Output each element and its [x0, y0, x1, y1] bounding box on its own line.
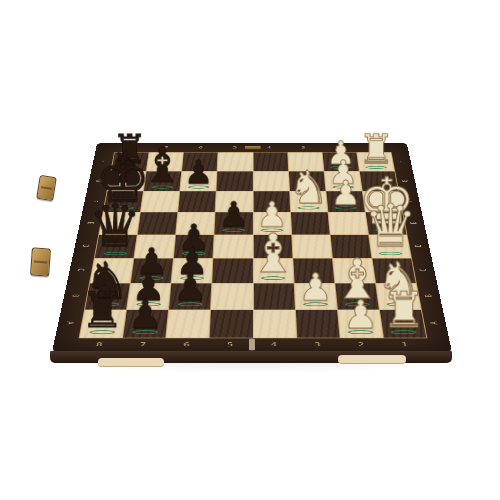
- coord-front-5: 5: [227, 342, 233, 347]
- square-h5: [218, 152, 253, 171]
- coord-front-1: 1: [401, 342, 408, 347]
- light-edge-strip-right: [338, 355, 406, 364]
- piece-white-rook: ♜: [359, 131, 395, 168]
- square-g6: ♟: [180, 171, 217, 191]
- coord-back-3: 3: [301, 146, 306, 149]
- coord-front-4: 4: [271, 342, 277, 347]
- piece-white-pawn: ♟: [343, 297, 378, 333]
- square-d5: [214, 235, 253, 258]
- light-edge-strip-left: [98, 358, 164, 367]
- piece-black-queen: ♛: [88, 200, 141, 254]
- square-g5: [217, 171, 253, 191]
- coord-back-6: 6: [198, 146, 203, 149]
- square-c5: [213, 258, 253, 283]
- square-b5: [211, 283, 252, 309]
- square-b6: ♟: [169, 283, 211, 309]
- square-a5: [210, 310, 252, 338]
- square-b4: [253, 283, 294, 309]
- coord-front-7: 7: [139, 342, 146, 347]
- chess-board: ♜♟♜♞♝♟♟♚♞♟♟♟♚♛♟♛♟♟♝♞♟♟♟♝♞♜♟♟♜ 8877665544…: [52, 143, 452, 352]
- square-a7: ♟: [123, 310, 168, 338]
- piece-black-pawn: ♟: [184, 157, 213, 187]
- square-b3: ♟: [294, 283, 336, 309]
- coord-front-2: 2: [358, 342, 365, 347]
- piece-white-rook: ♜: [382, 288, 426, 333]
- piece-black-pawn: ♟: [127, 297, 162, 333]
- hinge-icon: [244, 146, 261, 150]
- coord-left-B: B: [70, 294, 80, 297]
- piece-white-bishop: ♝: [249, 230, 297, 279]
- square-e5: ♟: [215, 213, 253, 235]
- piece-white-queen: ♛: [364, 200, 417, 254]
- square-f6: [178, 191, 216, 212]
- square-d3: [292, 235, 332, 258]
- square-c4: ♝: [253, 258, 293, 283]
- square-f3: ♞: [290, 191, 328, 212]
- coord-right-H: H: [397, 160, 405, 162]
- piece-white-knight: ♞: [288, 167, 329, 209]
- piece-white-pawn: ♟: [299, 270, 333, 305]
- coord-left-A: A: [65, 321, 75, 324]
- piece-white-pawn: ♟: [331, 177, 361, 208]
- coord-right-A: A: [429, 321, 439, 324]
- board-squares: ♜♟♜♞♝♟♟♚♞♟♟♟♚♛♟♛♟♟♝♞♟♟♟♝♞♜♟♟♜: [79, 152, 428, 338]
- coord-back-4: 4: [267, 146, 272, 149]
- product-photo-chess-set: ♜♟♜♞♝♟♟♚♞♟♟♟♚♛♟♛♟♟♝♞♟♟♟♝♞♜♟♟♜ 8877665544…: [0, 0, 500, 500]
- square-a6: [167, 310, 211, 338]
- coord-front-8: 8: [96, 342, 103, 347]
- square-a8: ♜: [80, 310, 126, 338]
- brass-clasp-icon: [30, 247, 51, 276]
- square-e7: [138, 213, 178, 235]
- square-a2: ♟: [338, 310, 383, 338]
- piece-black-pawn: ♟: [173, 270, 207, 305]
- square-g4: [253, 171, 289, 191]
- brass-clasp-icon: [36, 175, 57, 201]
- square-a3: [296, 310, 340, 338]
- coord-front-3: 3: [314, 342, 321, 347]
- piece-black-rook: ♜: [80, 288, 124, 333]
- coord-back-5: 5: [233, 146, 238, 149]
- square-a1: ♜: [380, 310, 426, 338]
- fold-gap-front: [249, 339, 255, 351]
- square-a4: [253, 310, 296, 338]
- square-h4: [253, 152, 288, 171]
- piece-black-pawn: ♟: [218, 199, 249, 231]
- coord-front-6: 6: [183, 342, 190, 347]
